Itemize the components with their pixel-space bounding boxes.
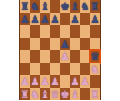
square-g8[interactable]: ♞ — [80, 0, 90, 13]
square-h1[interactable]: ♜ — [90, 88, 100, 101]
square-f3[interactable] — [70, 63, 80, 76]
square-b4[interactable] — [30, 50, 40, 63]
square-g5[interactable] — [80, 38, 90, 51]
square-g7[interactable] — [80, 13, 90, 26]
square-g6[interactable] — [80, 25, 90, 38]
piece-black-pawn: ♟ — [40, 13, 50, 26]
square-h5[interactable] — [90, 38, 100, 51]
square-b5[interactable] — [30, 38, 40, 51]
square-d1[interactable]: ♛ — [50, 88, 60, 101]
piece-white-knight: ♞ — [90, 63, 100, 76]
square-h4[interactable]: ♛ — [90, 50, 100, 63]
piece-white-rook: ♜ — [90, 88, 100, 101]
square-c4[interactable] — [40, 50, 50, 63]
piece-white-knight: ♞ — [30, 88, 40, 101]
square-c5[interactable] — [40, 38, 50, 51]
square-d5[interactable] — [50, 38, 60, 51]
square-f5[interactable] — [70, 38, 80, 51]
square-a1[interactable]: ♜ — [20, 88, 30, 101]
piece-black-pawn: ♟ — [60, 38, 70, 51]
square-a8[interactable]: ♜ — [20, 0, 30, 13]
square-e6[interactable] — [60, 25, 70, 38]
piece-white-pawn: ♟ — [30, 75, 40, 88]
square-c1[interactable]: ♝ — [40, 88, 50, 101]
square-e7[interactable] — [60, 13, 70, 26]
square-b8[interactable]: ♞ — [30, 0, 40, 13]
square-c2[interactable]: ♟ — [40, 75, 50, 88]
square-b3[interactable] — [30, 63, 40, 76]
piece-black-pawn: ♟ — [50, 13, 60, 26]
square-h8[interactable]: ♜ — [90, 0, 100, 13]
square-d6[interactable] — [50, 25, 60, 38]
square-b1[interactable]: ♞ — [30, 88, 40, 101]
piece-black-bishop: ♝ — [70, 0, 80, 13]
square-g2[interactable]: ♟ — [80, 75, 90, 88]
square-f4[interactable] — [70, 50, 80, 63]
piece-black-pawn: ♟ — [70, 13, 80, 26]
square-d3[interactable] — [50, 63, 60, 76]
square-a7[interactable]: ♟ — [20, 13, 30, 26]
piece-black-rook: ♜ — [20, 0, 30, 13]
square-a2[interactable]: ♟ — [20, 75, 30, 88]
piece-white-bishop: ♝ — [70, 88, 80, 101]
piece-white-pawn: ♟ — [50, 75, 60, 88]
chess-board: ♜♞♝♚♝♞♜♟♟♟♟♟♟♟♟♛♞♟♟♟♟♟♟♜♞♝♛♚♝♜ — [19, 0, 101, 100]
square-c6[interactable] — [40, 25, 50, 38]
square-e4[interactable]: ♟ — [60, 50, 70, 63]
piece-white-bishop: ♝ — [40, 88, 50, 101]
square-e3[interactable] — [60, 63, 70, 76]
piece-white-pawn: ♟ — [70, 75, 80, 88]
square-h2[interactable] — [90, 75, 100, 88]
square-b6[interactable] — [30, 25, 40, 38]
square-h3[interactable]: ♞ — [90, 63, 100, 76]
square-c8[interactable]: ♝ — [40, 0, 50, 13]
square-d4[interactable] — [50, 50, 60, 63]
square-f2[interactable]: ♟ — [70, 75, 80, 88]
square-b2[interactable]: ♟ — [30, 75, 40, 88]
piece-black-bishop: ♝ — [40, 0, 50, 13]
square-g4[interactable] — [80, 50, 90, 63]
piece-black-pawn: ♟ — [90, 13, 100, 26]
square-e5[interactable]: ♟ — [60, 38, 70, 51]
square-c3[interactable] — [40, 63, 50, 76]
square-e1[interactable]: ♚ — [60, 88, 70, 101]
square-e8[interactable]: ♚ — [60, 0, 70, 13]
piece-black-rook: ♜ — [90, 0, 100, 13]
piece-white-queen: ♛ — [50, 88, 60, 101]
square-g1[interactable] — [80, 88, 90, 101]
square-f8[interactable]: ♝ — [70, 0, 80, 13]
square-f6[interactable] — [70, 25, 80, 38]
square-f1[interactable]: ♝ — [70, 88, 80, 101]
piece-white-rook: ♜ — [20, 88, 30, 101]
piece-black-knight: ♞ — [80, 0, 90, 13]
square-d2[interactable]: ♟ — [50, 75, 60, 88]
square-g3[interactable] — [80, 63, 90, 76]
square-a4[interactable] — [20, 50, 30, 63]
square-c7[interactable]: ♟ — [40, 13, 50, 26]
piece-black-pawn: ♟ — [20, 13, 30, 26]
piece-black-knight: ♞ — [30, 0, 40, 13]
piece-white-pawn: ♟ — [80, 75, 90, 88]
square-h7[interactable]: ♟ — [90, 13, 100, 26]
square-d8[interactable] — [50, 0, 60, 13]
piece-white-king: ♚ — [60, 88, 70, 101]
square-b7[interactable]: ♟ — [30, 13, 40, 26]
piece-white-pawn: ♟ — [20, 75, 30, 88]
piece-white-pawn: ♟ — [60, 50, 70, 63]
square-f7[interactable]: ♟ — [70, 13, 80, 26]
square-e2[interactable] — [60, 75, 70, 88]
piece-white-pawn: ♟ — [40, 75, 50, 88]
square-a6[interactable] — [20, 25, 30, 38]
square-d7[interactable]: ♟ — [50, 13, 60, 26]
piece-black-pawn: ♟ — [30, 13, 40, 26]
piece-black-queen: ♛ — [90, 50, 100, 63]
piece-black-king: ♚ — [60, 0, 70, 13]
square-a5[interactable] — [20, 38, 30, 51]
square-a3[interactable] — [20, 63, 30, 76]
square-h6[interactable] — [90, 25, 100, 38]
